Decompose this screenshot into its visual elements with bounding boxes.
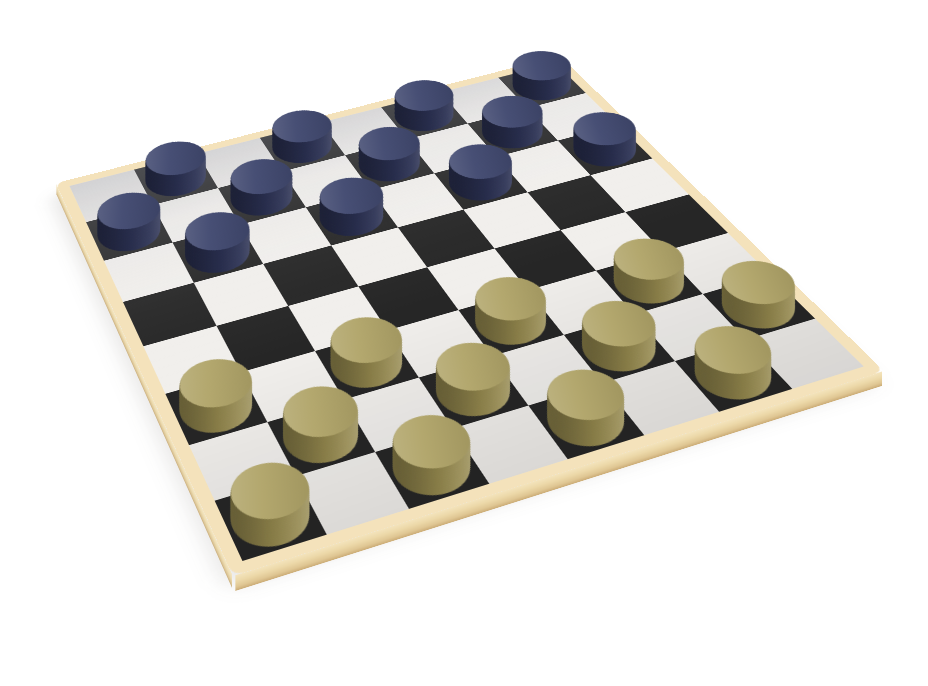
gold-checker[interactable] — [221, 481, 321, 556]
checkers-board — [56, 56, 884, 576]
gold-checker[interactable] — [381, 433, 482, 504]
photo-scene — [0, 0, 928, 686]
